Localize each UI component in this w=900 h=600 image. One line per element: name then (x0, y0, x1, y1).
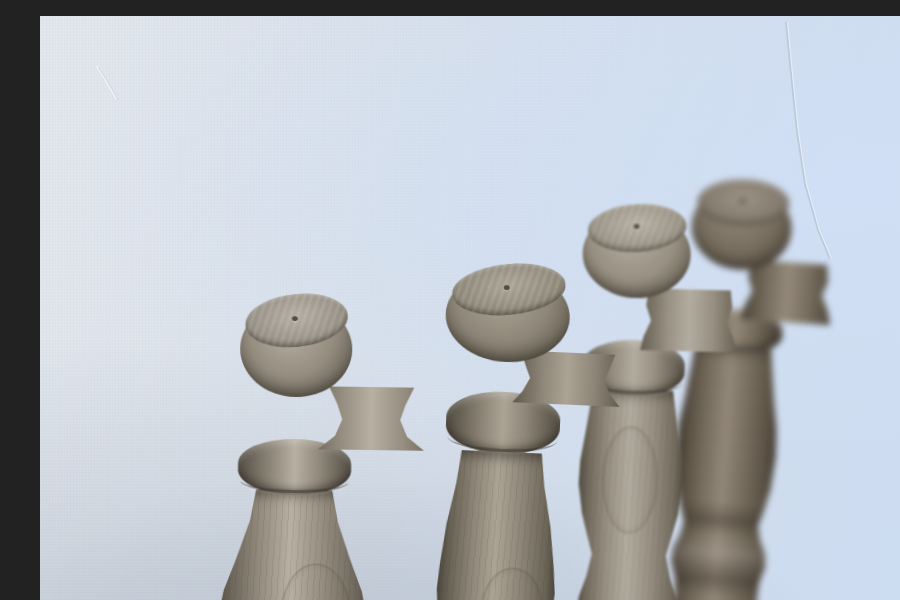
center-hole (633, 224, 639, 229)
center-hole (292, 316, 299, 322)
spindle-body (217, 489, 371, 600)
spindle-neck (634, 288, 744, 353)
wood-grain-loop (479, 566, 545, 600)
center-hole (740, 199, 746, 204)
spindle-1 (217, 293, 373, 600)
spindle-body (575, 389, 685, 600)
spindle-layer (40, 16, 900, 600)
wood-grain-loop (600, 425, 659, 534)
center-hole (504, 285, 510, 291)
photo (40, 16, 900, 600)
collar-lip-shadow (447, 422, 557, 453)
wood-grain-loop (280, 563, 351, 600)
spindle-body (436, 449, 561, 600)
spindle-2 (433, 261, 572, 600)
